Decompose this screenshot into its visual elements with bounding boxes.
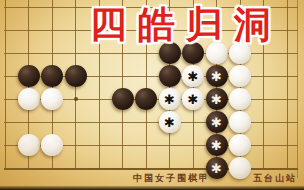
star-mark: ✱ [211,93,222,106]
black-stone [65,65,87,87]
star-mark: ✱ [164,116,175,129]
white-stone [229,157,251,179]
black-stone-marked: ✱ [206,111,228,133]
board-right-edge [297,0,298,178]
white-stone [206,42,228,64]
black-stone-marked: ✱ [206,134,228,156]
white-stone [18,88,40,110]
star-mark: ✱ [188,93,199,106]
star-mark: ✱ [188,70,199,83]
white-stone [229,42,251,64]
white-stone [229,88,251,110]
grid-line [4,53,298,54]
white-stone [41,134,63,156]
star-mark: ✱ [211,70,222,83]
grid-line [4,168,298,170]
black-stone [159,65,181,87]
black-stone [18,65,40,87]
star-mark: ✱ [211,162,222,175]
star-mark: ✱ [164,93,175,106]
star-point [74,97,78,101]
caption-left-text: 中国女子围棋甲 [133,172,210,185]
black-stone-marked: ✱ [206,65,228,87]
grid-line [5,0,6,168]
black-stone-marked: ✱ [206,88,228,110]
black-stone-marked: ✱ [206,157,228,179]
white-stone [229,65,251,87]
star-mark: ✱ [211,116,222,129]
grid-line [287,0,288,168]
star-mark: ✱ [211,139,222,152]
white-stone [18,134,40,156]
caption-right-text: 五台山站 [253,172,297,185]
photo-bottom-edge [0,186,304,190]
white-stone-marked: ✱ [159,111,181,133]
white-stone-marked: ✱ [182,65,204,87]
black-stone [182,42,204,64]
white-stone [229,111,251,133]
title-banner: 四皓归洞 [90,5,282,45]
grid-line [4,122,298,123]
black-stone [135,88,157,110]
black-stone [159,42,181,64]
white-stone [229,134,251,156]
black-stone [112,88,134,110]
white-stone-marked: ✱ [182,88,204,110]
go-board: ✱✱✱✱✱✱✱✱✱ 中国女子围棋甲 五台山站 四皓归洞 [0,0,304,190]
white-stone-marked: ✱ [159,88,181,110]
white-stone [41,88,63,110]
black-stone [41,65,63,87]
